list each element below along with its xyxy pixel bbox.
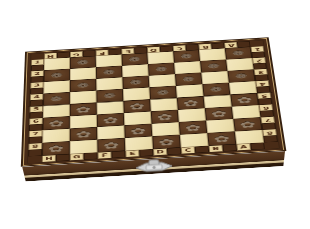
rank-label: 3 xyxy=(258,70,264,74)
rank-label: 2 xyxy=(34,72,40,76)
rank-label: 4 xyxy=(259,82,265,86)
border-dark-cell xyxy=(111,151,125,158)
rank-label: 7 xyxy=(33,132,39,136)
rank-label: 1 xyxy=(254,47,260,51)
border-corner-cell xyxy=(264,142,279,149)
rosette-carving-small-icon: ❁ xyxy=(130,79,142,86)
rosette-carving-icon: ✿ xyxy=(213,134,230,144)
chess-box-photo: HGFEDCBA 12345678 ❁❁❁❁❁❁❁❁❁❁❁❁❁❁❁❁✿✿✿✿✿✿… xyxy=(17,22,283,174)
rosette-carving-icon: ✿ xyxy=(185,123,201,132)
rosette-carving-small-icon: ❁ xyxy=(157,89,169,96)
rank-label: 6 xyxy=(33,119,39,123)
rosette-carving-icon: ✿ xyxy=(103,115,119,124)
rank-label: 2 xyxy=(256,58,262,62)
clasp-icon xyxy=(132,157,177,178)
rosette-carving-icon: ✿ xyxy=(48,119,64,128)
border-corner-cell xyxy=(28,156,42,163)
rosette-carving-icon: ✿ xyxy=(236,95,252,104)
rosette-carving-icon: ✿ xyxy=(129,102,145,111)
border-dark-cell xyxy=(56,154,70,161)
file-label: B xyxy=(202,45,209,49)
rosette-carving-small-icon: ❁ xyxy=(77,82,89,89)
rosette-carving-small-icon: ❁ xyxy=(51,72,63,79)
file-label: D xyxy=(156,150,164,155)
rosette-carving-icon: ✿ xyxy=(130,126,146,135)
file-label-cell: A xyxy=(236,143,251,150)
rosette-carving-small-icon: ❁ xyxy=(182,76,194,83)
file-label-cell: F xyxy=(98,152,112,159)
file-label: F xyxy=(101,153,107,158)
rosette-carving-small-icon: ❁ xyxy=(207,63,219,70)
rosette-carving-small-icon: ❁ xyxy=(155,66,167,73)
file-label-cell: G xyxy=(70,153,84,160)
rank-label: 4 xyxy=(34,95,40,99)
rosette-carving-icon: ✿ xyxy=(239,120,256,129)
rank-label: 5 xyxy=(33,107,39,111)
file-label: E xyxy=(125,49,131,53)
rank-label: 8 xyxy=(32,144,38,148)
rosette-carving-icon: ✿ xyxy=(76,129,92,138)
rosette-carving-small-icon: ❁ xyxy=(104,92,116,99)
file-label: C xyxy=(185,148,192,153)
rank-label: 8 xyxy=(266,130,273,134)
rosette-carving-icon: ✿ xyxy=(48,144,64,154)
file-label: A xyxy=(227,43,234,47)
border-dark-cell xyxy=(167,147,181,154)
border-dark-cell xyxy=(139,149,153,156)
border-dark-cell xyxy=(250,143,265,150)
rank-label: 5 xyxy=(261,93,268,97)
file-label: H xyxy=(45,156,53,161)
file-label-cell: D xyxy=(153,148,167,155)
rosette-carving-small-icon: ❁ xyxy=(235,73,248,80)
rosette-carving-small-icon: ❁ xyxy=(103,69,115,76)
rosette-carving-icon: ✿ xyxy=(76,105,91,114)
file-label: F xyxy=(99,51,105,55)
border-dark-cell xyxy=(195,146,210,153)
file-label-cell: C xyxy=(181,147,195,154)
file-label: A xyxy=(240,145,247,150)
rosette-carving-icon: ✿ xyxy=(158,137,174,147)
file-label: H xyxy=(47,54,54,58)
rosette-carving-small-icon: ❁ xyxy=(210,86,223,93)
rosette-carving-small-icon: ❁ xyxy=(77,59,89,66)
rank-label: 6 xyxy=(263,105,270,109)
rosette-carving-icon: ✿ xyxy=(157,112,173,121)
rosette-carving-icon: ✿ xyxy=(211,109,227,118)
file-label: B xyxy=(212,146,219,151)
rank-label: 3 xyxy=(34,83,40,87)
rosette-carving-small-icon: ❁ xyxy=(232,50,244,57)
file-label: C xyxy=(176,46,182,50)
file-label-cell: E xyxy=(125,150,139,157)
file-label-cell: H xyxy=(42,155,56,162)
rank-label: 7 xyxy=(264,118,271,122)
border-dark-cell xyxy=(222,144,237,151)
file-label: E xyxy=(129,151,135,156)
file-label-cell: B xyxy=(209,145,224,152)
photo-background: { "game": "chess", "scene_description": … xyxy=(0,0,310,229)
rosette-carving-icon: ✿ xyxy=(103,140,119,150)
file-label: D xyxy=(150,48,157,52)
chess-board-grid: ❁❁❁❁❁❁❁❁❁❁❁❁❁❁❁❁✿✿✿✿✿✿✿✿✿✿✿✿✿✿✿✿ xyxy=(42,47,264,156)
border-dark-cell xyxy=(84,152,98,159)
rank-label: 1 xyxy=(35,60,41,64)
rosette-carving-small-icon: ❁ xyxy=(129,56,141,63)
file-label: G xyxy=(73,155,80,160)
rosette-carving-icon: ✿ xyxy=(183,98,199,107)
chess-board-face: HGFEDCBA 12345678 ❁❁❁❁❁❁❁❁❁❁❁❁❁❁❁❁✿✿✿✿✿✿… xyxy=(21,37,287,166)
rosette-carving-small-icon: ❁ xyxy=(51,95,63,102)
file-label: G xyxy=(73,52,80,56)
board-tilt-wrapper: HGFEDCBA 12345678 ❁❁❁❁❁❁❁❁❁❁❁❁❁❁❁❁✿✿✿✿✿✿… xyxy=(13,14,288,182)
board-middle-row: 12345678 ❁❁❁❁❁❁❁❁❁❁❁❁❁❁❁❁✿✿✿✿✿✿✿✿✿✿✿✿✿✿✿… xyxy=(28,46,278,157)
rosette-carving-small-icon: ❁ xyxy=(180,53,192,60)
